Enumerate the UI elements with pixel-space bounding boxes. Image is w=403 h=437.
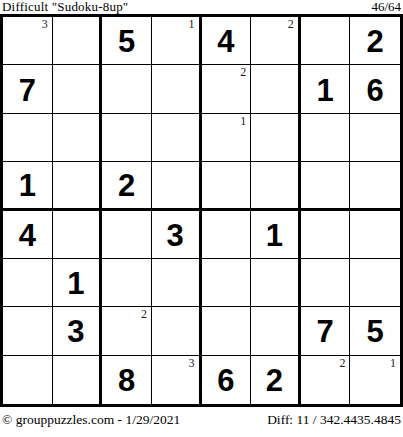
given-digit: 7 xyxy=(19,75,36,106)
cell-r5c6: 1 xyxy=(251,211,301,259)
cell-r7c6[interactable] xyxy=(251,307,301,355)
puzzle-title: Difficult "Sudoku-8up" xyxy=(2,0,128,14)
cell-r6c2: 1 xyxy=(53,259,103,307)
cell-r8c2[interactable] xyxy=(53,356,103,404)
cell-r8c5: 6 xyxy=(202,356,252,404)
cell-r6c3[interactable] xyxy=(102,259,152,307)
given-digit: 2 xyxy=(118,170,135,201)
given-digit: 8 xyxy=(118,365,135,396)
cell-r8c4[interactable]: 3 xyxy=(152,356,202,404)
cell-r2c3[interactable] xyxy=(102,65,152,113)
given-digit: 4 xyxy=(217,26,234,57)
corner-mark: 1 xyxy=(240,115,246,127)
cell-r2c1: 7 xyxy=(3,65,53,113)
cell-r7c4[interactable] xyxy=(152,307,202,355)
cell-r3c1[interactable] xyxy=(3,114,53,162)
cell-r7c3[interactable]: 2 xyxy=(102,307,152,355)
cell-r1c1[interactable]: 3 xyxy=(3,17,53,65)
cell-r6c5[interactable] xyxy=(202,259,252,307)
given-digit: 2 xyxy=(367,26,384,57)
given-digit: 4 xyxy=(19,220,36,251)
cell-r1c2[interactable] xyxy=(53,17,103,65)
cell-r6c7[interactable] xyxy=(301,259,351,307)
footer: © grouppuzzles.com - 1/29/2021 Diff: 11 … xyxy=(0,407,403,437)
cell-r2c6[interactable] xyxy=(251,65,301,113)
given-digit: 1 xyxy=(67,268,84,299)
cell-r8c6: 2 xyxy=(251,356,301,404)
corner-mark: 2 xyxy=(240,66,246,78)
cell-r7c2: 3 xyxy=(53,307,103,355)
copyright-text: © grouppuzzles.com - 1/29/2021 xyxy=(2,412,180,428)
puzzle-page: Difficult "Sudoku-8up" 46/64 35142272161… xyxy=(0,0,403,437)
given-digit: 3 xyxy=(67,316,84,347)
puzzle-counter: 46/64 xyxy=(371,0,401,14)
cell-r4c5[interactable] xyxy=(202,162,252,210)
given-digit: 6 xyxy=(367,75,384,106)
cell-r8c3: 8 xyxy=(102,356,152,404)
given-digit: 1 xyxy=(266,220,283,251)
cell-r1c5: 4 xyxy=(202,17,252,65)
given-digit: 2 xyxy=(266,365,283,396)
cell-r7c8: 5 xyxy=(350,307,400,355)
corner-mark: 2 xyxy=(339,357,345,369)
cell-r2c5[interactable]: 2 xyxy=(202,65,252,113)
corner-mark: 2 xyxy=(288,18,294,30)
cell-r3c3[interactable] xyxy=(102,114,152,162)
given-digit: 7 xyxy=(316,316,333,347)
cell-r2c2[interactable] xyxy=(53,65,103,113)
cell-r4c1: 1 xyxy=(3,162,53,210)
given-digit: 3 xyxy=(167,220,184,251)
cell-r5c5[interactable] xyxy=(202,211,252,259)
cell-r3c7[interactable] xyxy=(301,114,351,162)
cell-r6c8[interactable] xyxy=(350,259,400,307)
cell-r4c2[interactable] xyxy=(53,162,103,210)
corner-mark: 1 xyxy=(189,18,195,30)
cell-r2c8: 6 xyxy=(350,65,400,113)
given-digit: 5 xyxy=(118,26,135,57)
cell-r1c6[interactable]: 2 xyxy=(251,17,301,65)
cell-r5c7[interactable] xyxy=(301,211,351,259)
cell-r4c3: 2 xyxy=(102,162,152,210)
cell-r3c2[interactable] xyxy=(53,114,103,162)
corner-mark: 1 xyxy=(390,357,396,369)
corner-mark: 3 xyxy=(42,18,48,30)
cell-r3c5[interactable]: 1 xyxy=(202,114,252,162)
cell-r3c6[interactable] xyxy=(251,114,301,162)
given-digit: 5 xyxy=(367,316,384,347)
given-digit: 1 xyxy=(316,75,333,106)
header: Difficult "Sudoku-8up" 46/64 xyxy=(0,0,403,14)
cell-r5c2[interactable] xyxy=(53,211,103,259)
cell-r4c6[interactable] xyxy=(251,162,301,210)
cell-r6c6[interactable] xyxy=(251,259,301,307)
given-digit: 6 xyxy=(217,365,234,396)
sudoku-board: 351422721611243113275836221 xyxy=(0,14,403,407)
cell-r3c4[interactable] xyxy=(152,114,202,162)
cell-r5c3[interactable] xyxy=(102,211,152,259)
cell-r8c8[interactable]: 1 xyxy=(350,356,400,404)
corner-mark: 2 xyxy=(141,308,147,320)
cell-r5c4: 3 xyxy=(152,211,202,259)
cell-r4c8[interactable] xyxy=(350,162,400,210)
corner-mark: 3 xyxy=(189,357,195,369)
cell-r4c7[interactable] xyxy=(301,162,351,210)
cell-r2c7: 1 xyxy=(301,65,351,113)
cell-r8c1[interactable] xyxy=(3,356,53,404)
cell-r6c1[interactable] xyxy=(3,259,53,307)
cell-r7c5[interactable] xyxy=(202,307,252,355)
cell-r1c8: 2 xyxy=(350,17,400,65)
cell-r7c1[interactable] xyxy=(3,307,53,355)
cell-r1c4[interactable]: 1 xyxy=(152,17,202,65)
cell-r8c7[interactable]: 2 xyxy=(301,356,351,404)
cell-r1c3: 5 xyxy=(102,17,152,65)
given-digit: 1 xyxy=(19,170,36,201)
cell-r2c4[interactable] xyxy=(152,65,202,113)
cell-r3c8[interactable] xyxy=(350,114,400,162)
cell-r7c7: 7 xyxy=(301,307,351,355)
difficulty-text: Diff: 11 / 342.4435.4845 xyxy=(267,412,401,428)
cell-r1c7[interactable] xyxy=(301,17,351,65)
cell-r6c4[interactable] xyxy=(152,259,202,307)
cell-r5c8[interactable] xyxy=(350,211,400,259)
cell-r4c4[interactable] xyxy=(152,162,202,210)
cell-r5c1: 4 xyxy=(3,211,53,259)
